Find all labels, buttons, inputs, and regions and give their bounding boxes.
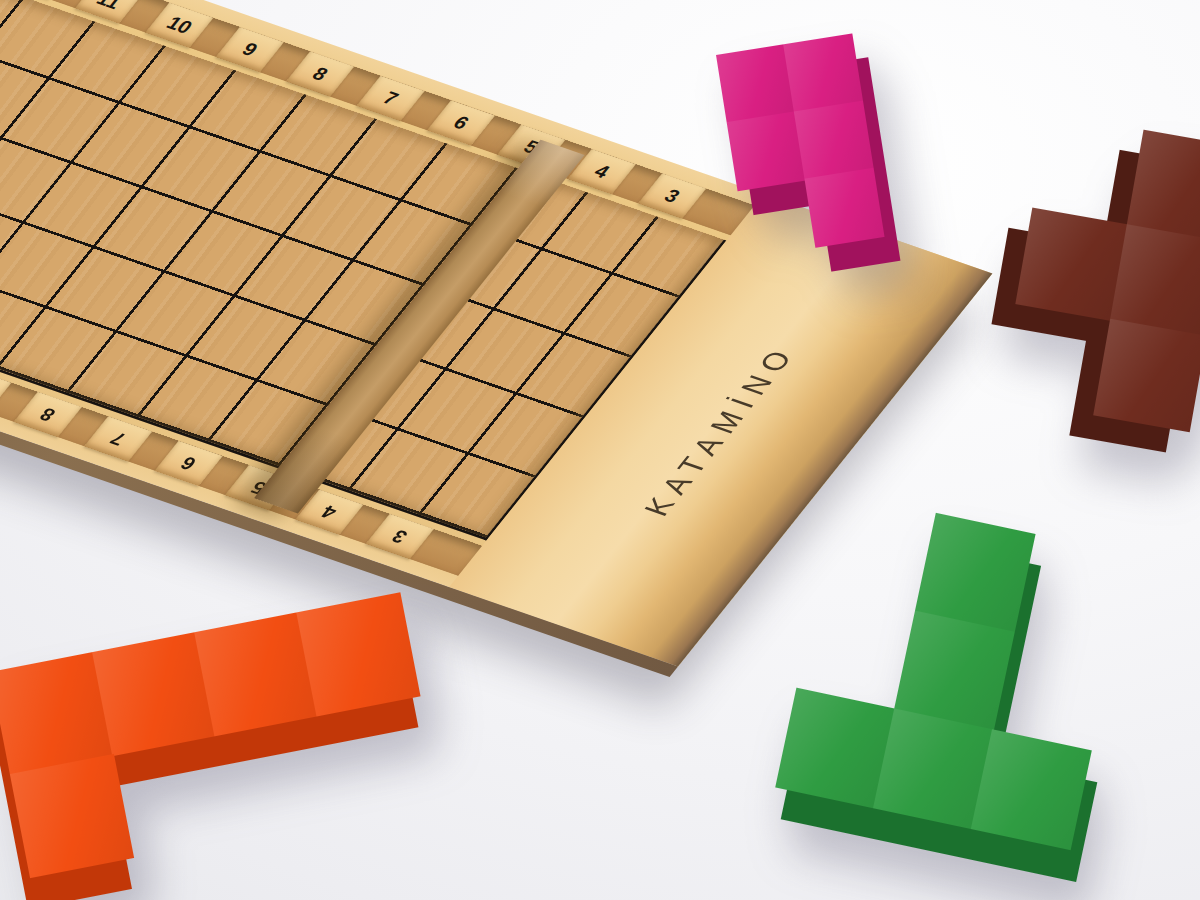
pink-p-pentomino-top-cell xyxy=(783,33,863,113)
tab-number-label: 4 xyxy=(589,161,614,183)
katamino-logo: KATAMİNO xyxy=(637,340,805,520)
tab-number-label: 6 xyxy=(176,452,201,474)
pink-p-pentomino-top-cell xyxy=(794,101,874,181)
orange-l-pentomino-top-cell xyxy=(10,754,134,878)
tab-number-label: 8 xyxy=(35,404,60,426)
tab-number-label: 9 xyxy=(237,39,262,61)
tab-number-label: 8 xyxy=(308,63,333,85)
orange-l-pentomino-top-cell xyxy=(296,592,420,716)
brown-cross-pentomino-top-cell xyxy=(1093,319,1200,432)
tab-number-label: 3 xyxy=(387,526,412,548)
tab-number-label: 7 xyxy=(378,88,403,110)
tab-number-label: 4 xyxy=(317,501,342,523)
tab-number-label: 6 xyxy=(449,112,474,134)
tab-number-label: 3 xyxy=(660,185,685,207)
pink-p-pentomino-top-cell xyxy=(716,44,796,124)
brown-cross-pentomino-top-cell xyxy=(1015,208,1128,321)
tab-number-label: 7 xyxy=(106,428,131,450)
pink-p-pentomino-top-cell xyxy=(804,168,884,248)
tab-number-label: 10 xyxy=(162,13,197,38)
pink-p-pentomino-top-cell xyxy=(727,111,807,191)
green-t-pentomino-top-cell xyxy=(971,729,1091,849)
tab-number-label: 11 xyxy=(92,0,126,13)
table-scene: 1211109876543 1211109876543 KATAMİNO xyxy=(0,0,1200,900)
